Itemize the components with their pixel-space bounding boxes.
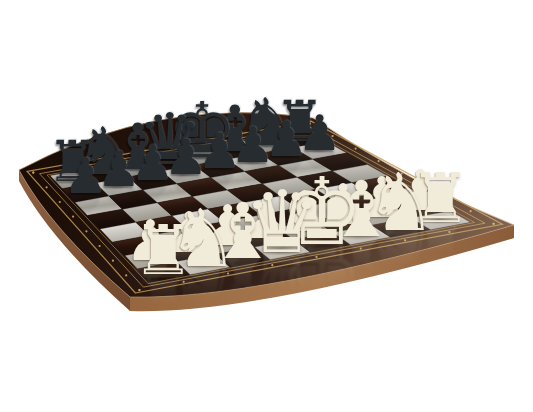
pieces: ♜♞♝♟♚♟♛♟♝♟♞♟♜♟♟♟♟♟♜♟♞♟♝♟♚♟♛♟♝♟♞♜: [0, 0, 533, 412]
piece-white-rook-a1: ♜: [133, 216, 195, 285]
piece-black-pawn-a7: ♟: [63, 152, 107, 201]
chess-set-photo: ♜♞♝♟♚♟♛♟♝♟♞♟♜♟♟♟♟♟♜♟♞♟♝♟♚♟♛♟♝♟♞♜ ♜♞♝♟♚♟♛…: [0, 0, 533, 412]
